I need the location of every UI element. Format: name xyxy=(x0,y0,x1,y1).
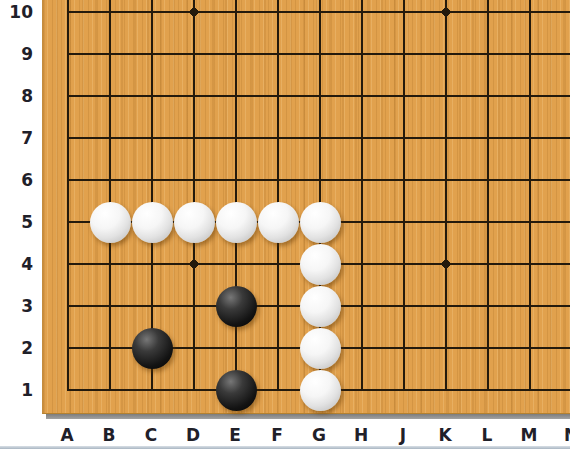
point-k1[interactable] xyxy=(467,369,509,411)
column-label-f: F xyxy=(263,425,291,445)
point-b5[interactable] xyxy=(131,201,173,243)
point-d8[interactable] xyxy=(215,75,257,117)
column-label-b: B xyxy=(95,425,123,445)
point-h7[interactable] xyxy=(383,117,425,159)
row-label-10: 10 xyxy=(0,2,33,22)
point-a5[interactable] xyxy=(89,201,131,243)
point-j9[interactable] xyxy=(425,33,467,75)
stone-white-f2 xyxy=(300,328,341,369)
column-label-n: N xyxy=(557,425,570,445)
go-problem-screenshot: 10987654321 ABCDEFGHJKLMN xyxy=(0,0,570,452)
point-a8[interactable] xyxy=(89,75,131,117)
board-drop-shadow xyxy=(46,414,570,419)
go-board[interactable] xyxy=(42,0,570,414)
column-label-k: K xyxy=(431,425,459,445)
stone-black-d3 xyxy=(216,286,257,327)
stone-white-a5 xyxy=(90,202,131,243)
stone-white-d5 xyxy=(216,202,257,243)
row-label-6: 6 xyxy=(0,170,33,190)
point-m3[interactable] xyxy=(551,285,570,327)
column-label-h: H xyxy=(347,425,375,445)
point-m10[interactable] xyxy=(551,0,570,33)
stone-white-f1 xyxy=(300,370,341,411)
point-f10[interactable] xyxy=(299,0,341,33)
stone-black-b2 xyxy=(132,328,173,369)
stone-white-f5 xyxy=(300,202,341,243)
point-h1[interactable] xyxy=(383,369,425,411)
point-b4[interactable] xyxy=(131,243,173,285)
point-k2[interactable] xyxy=(467,327,509,369)
point-c1[interactable] xyxy=(173,369,215,411)
point-a9[interactable] xyxy=(89,33,131,75)
row-label-7: 7 xyxy=(0,128,33,148)
point-m1[interactable] xyxy=(551,369,570,411)
point-f2[interactable] xyxy=(299,327,341,369)
point-e7[interactable] xyxy=(257,117,299,159)
point-l5[interactable] xyxy=(509,201,551,243)
column-label-c: C xyxy=(137,425,165,445)
point-j8[interactable] xyxy=(425,75,467,117)
point-a10[interactable] xyxy=(89,0,131,33)
stone-white-c5 xyxy=(174,202,215,243)
point-c9[interactable] xyxy=(173,33,215,75)
point-j5[interactable] xyxy=(425,201,467,243)
point-k8[interactable] xyxy=(467,75,509,117)
column-label-g: G xyxy=(305,425,333,445)
point-f8[interactable] xyxy=(299,75,341,117)
point-b8[interactable] xyxy=(131,75,173,117)
point-d9[interactable] xyxy=(215,33,257,75)
point-d10[interactable] xyxy=(215,0,257,33)
point-l1[interactable] xyxy=(509,369,551,411)
point-k10[interactable] xyxy=(467,0,509,33)
row-label-1: 1 xyxy=(0,380,33,400)
point-d5[interactable] xyxy=(215,201,257,243)
point-f3[interactable] xyxy=(299,285,341,327)
point-d2[interactable] xyxy=(215,327,257,369)
stone-white-e5 xyxy=(258,202,299,243)
point-f4[interactable] xyxy=(299,243,341,285)
point-h6[interactable] xyxy=(383,159,425,201)
point-l4[interactable] xyxy=(509,243,551,285)
board-point-grid xyxy=(89,0,570,411)
point-g4[interactable] xyxy=(341,243,383,285)
point-d7[interactable] xyxy=(215,117,257,159)
point-h8[interactable] xyxy=(383,75,425,117)
point-l8[interactable] xyxy=(509,75,551,117)
row-label-9: 9 xyxy=(0,44,33,64)
point-e4[interactable] xyxy=(257,243,299,285)
point-b10[interactable] xyxy=(131,0,173,33)
point-f9[interactable] xyxy=(299,33,341,75)
point-g10[interactable] xyxy=(341,0,383,33)
column-label-a: A xyxy=(53,425,81,445)
point-k6[interactable] xyxy=(467,159,509,201)
point-c2[interactable] xyxy=(173,327,215,369)
point-f7[interactable] xyxy=(299,117,341,159)
point-k9[interactable] xyxy=(467,33,509,75)
point-e2[interactable] xyxy=(257,327,299,369)
point-c3[interactable] xyxy=(173,285,215,327)
column-label-d: D xyxy=(179,425,207,445)
point-l7[interactable] xyxy=(509,117,551,159)
point-e10[interactable] xyxy=(257,0,299,33)
point-m4[interactable] xyxy=(551,243,570,285)
point-k4[interactable] xyxy=(467,243,509,285)
point-e8[interactable] xyxy=(257,75,299,117)
point-a3[interactable] xyxy=(89,285,131,327)
point-l2[interactable] xyxy=(509,327,551,369)
point-c10[interactable] xyxy=(173,0,215,33)
point-c8[interactable] xyxy=(173,75,215,117)
point-h4[interactable] xyxy=(383,243,425,285)
row-label-2: 2 xyxy=(0,338,33,358)
point-h3[interactable] xyxy=(383,285,425,327)
column-label-e: E xyxy=(221,425,249,445)
point-a6[interactable] xyxy=(89,159,131,201)
point-g2[interactable] xyxy=(341,327,383,369)
point-d4[interactable] xyxy=(215,243,257,285)
point-m2[interactable] xyxy=(551,327,570,369)
point-f5[interactable] xyxy=(299,201,341,243)
point-b2[interactable] xyxy=(131,327,173,369)
point-d6[interactable] xyxy=(215,159,257,201)
point-j10[interactable] xyxy=(425,0,467,33)
point-j6[interactable] xyxy=(425,159,467,201)
point-m7[interactable] xyxy=(551,117,570,159)
point-k7[interactable] xyxy=(467,117,509,159)
point-d1[interactable] xyxy=(215,369,257,411)
point-h10[interactable] xyxy=(383,0,425,33)
point-j2[interactable] xyxy=(425,327,467,369)
point-c4[interactable] xyxy=(173,243,215,285)
point-g8[interactable] xyxy=(341,75,383,117)
point-j1[interactable] xyxy=(425,369,467,411)
stone-white-f3 xyxy=(300,286,341,327)
point-b7[interactable] xyxy=(131,117,173,159)
point-g5[interactable] xyxy=(341,201,383,243)
point-a2[interactable] xyxy=(89,327,131,369)
point-e9[interactable] xyxy=(257,33,299,75)
point-l6[interactable] xyxy=(509,159,551,201)
point-e5[interactable] xyxy=(257,201,299,243)
point-g1[interactable] xyxy=(341,369,383,411)
stone-white-b5 xyxy=(132,202,173,243)
point-k5[interactable] xyxy=(467,201,509,243)
row-label-8: 8 xyxy=(0,86,33,106)
point-e3[interactable] xyxy=(257,285,299,327)
point-g7[interactable] xyxy=(341,117,383,159)
point-b1[interactable] xyxy=(131,369,173,411)
point-l9[interactable] xyxy=(509,33,551,75)
point-m5[interactable] xyxy=(551,201,570,243)
point-b9[interactable] xyxy=(131,33,173,75)
point-b6[interactable] xyxy=(131,159,173,201)
point-g3[interactable] xyxy=(341,285,383,327)
column-label-l: L xyxy=(473,425,501,445)
point-a4[interactable] xyxy=(89,243,131,285)
point-c7[interactable] xyxy=(173,117,215,159)
point-e6[interactable] xyxy=(257,159,299,201)
stone-white-f4 xyxy=(300,244,341,285)
point-m6[interactable] xyxy=(551,159,570,201)
point-d3[interactable] xyxy=(215,285,257,327)
point-j7[interactable] xyxy=(425,117,467,159)
point-h5[interactable] xyxy=(383,201,425,243)
point-a7[interactable] xyxy=(89,117,131,159)
point-e1[interactable] xyxy=(257,369,299,411)
point-g9[interactable] xyxy=(341,33,383,75)
point-b3[interactable] xyxy=(131,285,173,327)
point-j4[interactable] xyxy=(425,243,467,285)
point-c5[interactable] xyxy=(173,201,215,243)
point-m9[interactable] xyxy=(551,33,570,75)
point-l10[interactable] xyxy=(509,0,551,33)
point-k3[interactable] xyxy=(467,285,509,327)
point-c6[interactable] xyxy=(173,159,215,201)
point-h2[interactable] xyxy=(383,327,425,369)
window-bottom-rule xyxy=(0,446,570,449)
column-label-m: M xyxy=(515,425,543,445)
point-j3[interactable] xyxy=(425,285,467,327)
row-label-3: 3 xyxy=(0,296,33,316)
point-f6[interactable] xyxy=(299,159,341,201)
row-label-4: 4 xyxy=(0,254,33,274)
point-g6[interactable] xyxy=(341,159,383,201)
column-label-j: J xyxy=(389,425,417,445)
point-m8[interactable] xyxy=(551,75,570,117)
row-label-5: 5 xyxy=(0,212,33,232)
point-a1[interactable] xyxy=(89,369,131,411)
point-h9[interactable] xyxy=(383,33,425,75)
point-l3[interactable] xyxy=(509,285,551,327)
stone-black-d1 xyxy=(216,370,257,411)
point-f1[interactable] xyxy=(299,369,341,411)
